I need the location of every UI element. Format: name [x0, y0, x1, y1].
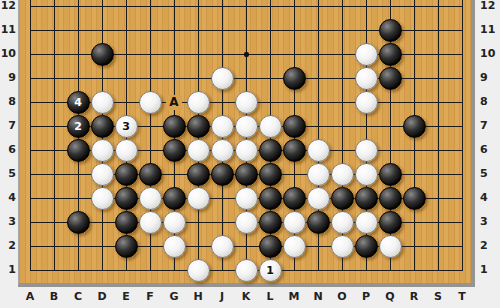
stone-white	[235, 211, 258, 234]
stone-white	[331, 163, 354, 186]
stone-black	[91, 115, 114, 138]
stone-white	[355, 67, 378, 90]
stone-black	[259, 211, 282, 234]
stone-white	[355, 139, 378, 162]
stone-white	[355, 43, 378, 66]
stone-white-move-1: 1	[259, 259, 282, 282]
stone-white	[187, 187, 210, 210]
row-label: 7	[0, 119, 16, 132]
column-label: K	[238, 290, 254, 303]
row-label: 5	[480, 167, 488, 180]
stone-white	[307, 187, 330, 210]
column-label: P	[358, 290, 374, 303]
stone-black	[115, 235, 138, 258]
stone-white	[283, 211, 306, 234]
column-label: M	[286, 290, 302, 303]
stone-white	[91, 139, 114, 162]
row-label: 11	[480, 23, 495, 36]
column-label: R	[406, 290, 422, 303]
grid-line	[30, 6, 463, 7]
stone-white	[355, 163, 378, 186]
stone-white	[283, 235, 306, 258]
stone-black	[235, 163, 258, 186]
row-label: 7	[480, 119, 488, 132]
row-label: 2	[0, 239, 16, 252]
stone-black	[331, 187, 354, 210]
stone-black	[283, 115, 306, 138]
column-label: E	[118, 290, 134, 303]
stone-white	[211, 67, 234, 90]
stone-white	[235, 91, 258, 114]
column-label: L	[262, 290, 278, 303]
stone-white	[139, 187, 162, 210]
stone-black	[139, 163, 162, 186]
stone-black	[163, 187, 186, 210]
stone-black	[163, 115, 186, 138]
grid-line	[54, 0, 55, 271]
stone-black	[91, 43, 114, 66]
stone-white	[91, 187, 114, 210]
column-label: N	[310, 290, 326, 303]
stone-black	[67, 211, 90, 234]
stone-black-move-4: 4	[67, 91, 90, 114]
column-label: B	[46, 290, 62, 303]
column-label: Q	[382, 290, 398, 303]
stone-black	[283, 187, 306, 210]
row-label: 11	[0, 23, 16, 36]
row-label: 12	[480, 0, 495, 12]
stone-black	[355, 235, 378, 258]
row-label: 6	[480, 143, 488, 156]
column-label: T	[454, 290, 470, 303]
stone-black	[355, 187, 378, 210]
stone-white	[187, 91, 210, 114]
stone-white	[211, 235, 234, 258]
stone-white	[91, 91, 114, 114]
stone-white	[139, 211, 162, 234]
stone-black	[403, 187, 426, 210]
stone-white	[187, 259, 210, 282]
column-label: O	[334, 290, 350, 303]
stone-white	[379, 235, 402, 258]
row-label: 8	[0, 95, 16, 108]
stone-black	[283, 67, 306, 90]
column-label: G	[166, 290, 182, 303]
stone-black	[67, 139, 90, 162]
stone-black	[259, 139, 282, 162]
stone-white	[115, 139, 138, 162]
go-diagram: 4231 A 121110987654321 121110987654321 A…	[0, 0, 500, 308]
stone-black	[115, 211, 138, 234]
stone-white	[355, 211, 378, 234]
stone-white	[139, 91, 162, 114]
grid-line	[462, 0, 463, 271]
stone-black	[379, 163, 402, 186]
stone-black	[379, 67, 402, 90]
stone-white	[331, 235, 354, 258]
stone-white	[355, 91, 378, 114]
stone-black	[211, 163, 234, 186]
stone-black	[187, 163, 210, 186]
stone-black-move-2: 2	[67, 115, 90, 138]
stone-white	[91, 163, 114, 186]
row-label: 1	[480, 263, 488, 276]
stone-black	[379, 211, 402, 234]
row-label: 1	[0, 263, 16, 276]
stone-black	[163, 139, 186, 162]
column-label: H	[190, 290, 206, 303]
row-label: 8	[480, 95, 488, 108]
grid-line	[438, 0, 439, 271]
marker-label-A: A	[166, 95, 182, 110]
row-label: 10	[480, 47, 495, 60]
row-label: 9	[480, 71, 488, 84]
stone-white	[331, 211, 354, 234]
column-label: S	[430, 290, 446, 303]
stone-black	[115, 187, 138, 210]
row-label: 4	[0, 191, 16, 204]
grid-line	[30, 0, 31, 271]
stone-white	[211, 139, 234, 162]
stone-black	[115, 163, 138, 186]
row-label: 2	[480, 239, 488, 252]
stone-black	[403, 115, 426, 138]
row-label: 12	[0, 0, 16, 12]
column-label: J	[214, 290, 230, 303]
star-point	[244, 52, 249, 57]
stone-black	[259, 235, 282, 258]
row-label: 6	[0, 143, 16, 156]
stone-white	[187, 139, 210, 162]
stone-white	[163, 235, 186, 258]
row-label: 10	[0, 47, 16, 60]
stone-white	[211, 115, 234, 138]
stone-white-move-3: 3	[115, 115, 138, 138]
column-label: C	[70, 290, 86, 303]
stone-white	[235, 139, 258, 162]
stone-black	[379, 187, 402, 210]
stone-black	[259, 163, 282, 186]
row-label: 3	[0, 215, 16, 228]
stone-white	[259, 115, 282, 138]
row-label: 4	[480, 191, 488, 204]
stone-black	[187, 115, 210, 138]
stone-white	[235, 115, 258, 138]
row-label: 3	[480, 215, 488, 228]
column-label: A	[22, 290, 38, 303]
stone-white	[235, 187, 258, 210]
row-label: 9	[0, 71, 16, 84]
stone-white	[307, 163, 330, 186]
column-label: F	[142, 290, 158, 303]
stone-black	[379, 43, 402, 66]
row-label: 5	[0, 167, 16, 180]
stone-white	[235, 259, 258, 282]
column-label: D	[94, 290, 110, 303]
stone-black	[259, 187, 282, 210]
stone-white	[163, 211, 186, 234]
stone-black	[283, 139, 306, 162]
stone-white	[307, 139, 330, 162]
stone-black	[307, 211, 330, 234]
stone-black	[379, 19, 402, 42]
